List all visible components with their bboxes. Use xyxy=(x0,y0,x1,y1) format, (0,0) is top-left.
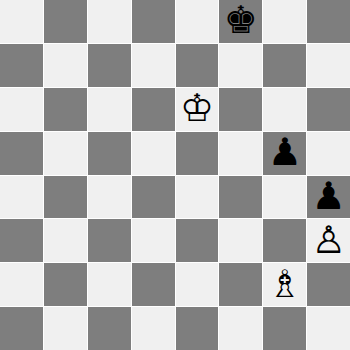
square-a4[interactable] xyxy=(0,176,43,219)
square-e1[interactable] xyxy=(176,307,219,350)
square-g3[interactable] xyxy=(263,219,306,262)
square-h6[interactable] xyxy=(307,88,350,131)
square-a1[interactable] xyxy=(0,307,43,350)
white-bishop-piece[interactable]: ♗ xyxy=(268,265,302,303)
square-h8[interactable] xyxy=(307,0,350,43)
square-e3[interactable] xyxy=(176,219,219,262)
square-g4[interactable] xyxy=(263,176,306,219)
chess-board: ♚♔♟♟♙♗ xyxy=(0,0,350,350)
square-g6[interactable] xyxy=(263,88,306,131)
white-king-piece[interactable]: ♔ xyxy=(180,89,214,127)
square-f1[interactable] xyxy=(219,307,262,350)
square-a8[interactable] xyxy=(0,0,43,43)
square-e5[interactable] xyxy=(176,132,219,175)
black-pawn-piece[interactable]: ♟ xyxy=(268,133,302,171)
square-e4[interactable] xyxy=(176,176,219,219)
square-f5[interactable] xyxy=(219,132,262,175)
square-h3[interactable]: ♙ xyxy=(307,219,350,262)
square-a5[interactable] xyxy=(0,132,43,175)
square-b3[interactable] xyxy=(44,219,87,262)
square-d2[interactable] xyxy=(132,263,175,306)
square-e8[interactable] xyxy=(176,0,219,43)
square-h7[interactable] xyxy=(307,44,350,87)
square-c1[interactable] xyxy=(88,307,131,350)
square-d7[interactable] xyxy=(132,44,175,87)
square-d8[interactable] xyxy=(132,0,175,43)
square-c5[interactable] xyxy=(88,132,131,175)
square-a2[interactable] xyxy=(0,263,43,306)
white-pawn-piece[interactable]: ♙ xyxy=(312,221,346,259)
square-g5[interactable]: ♟ xyxy=(263,132,306,175)
square-c2[interactable] xyxy=(88,263,131,306)
square-b1[interactable] xyxy=(44,307,87,350)
square-h5[interactable] xyxy=(307,132,350,175)
square-b7[interactable] xyxy=(44,44,87,87)
square-c4[interactable] xyxy=(88,176,131,219)
square-d5[interactable] xyxy=(132,132,175,175)
square-d1[interactable] xyxy=(132,307,175,350)
black-pawn-piece[interactable]: ♟ xyxy=(312,177,346,215)
square-c8[interactable] xyxy=(88,0,131,43)
square-b5[interactable] xyxy=(44,132,87,175)
square-g1[interactable] xyxy=(263,307,306,350)
square-b2[interactable] xyxy=(44,263,87,306)
black-king-piece[interactable]: ♚ xyxy=(224,1,258,39)
square-f3[interactable] xyxy=(219,219,262,262)
square-c3[interactable] xyxy=(88,219,131,262)
square-g8[interactable] xyxy=(263,0,306,43)
square-e7[interactable] xyxy=(176,44,219,87)
square-h2[interactable] xyxy=(307,263,350,306)
square-d4[interactable] xyxy=(132,176,175,219)
square-a7[interactable] xyxy=(0,44,43,87)
square-h4[interactable]: ♟ xyxy=(307,176,350,219)
square-f6[interactable] xyxy=(219,88,262,131)
square-f2[interactable] xyxy=(219,263,262,306)
square-g7[interactable] xyxy=(263,44,306,87)
square-e6[interactable]: ♔ xyxy=(176,88,219,131)
square-b4[interactable] xyxy=(44,176,87,219)
square-f7[interactable] xyxy=(219,44,262,87)
square-f8[interactable]: ♚ xyxy=(219,0,262,43)
square-d3[interactable] xyxy=(132,219,175,262)
square-c6[interactable] xyxy=(88,88,131,131)
square-h1[interactable] xyxy=(307,307,350,350)
square-a6[interactable] xyxy=(0,88,43,131)
square-c7[interactable] xyxy=(88,44,131,87)
square-g2[interactable]: ♗ xyxy=(263,263,306,306)
square-b8[interactable] xyxy=(44,0,87,43)
square-a3[interactable] xyxy=(0,219,43,262)
square-b6[interactable] xyxy=(44,88,87,131)
square-e2[interactable] xyxy=(176,263,219,306)
square-d6[interactable] xyxy=(132,88,175,131)
square-f4[interactable] xyxy=(219,176,262,219)
